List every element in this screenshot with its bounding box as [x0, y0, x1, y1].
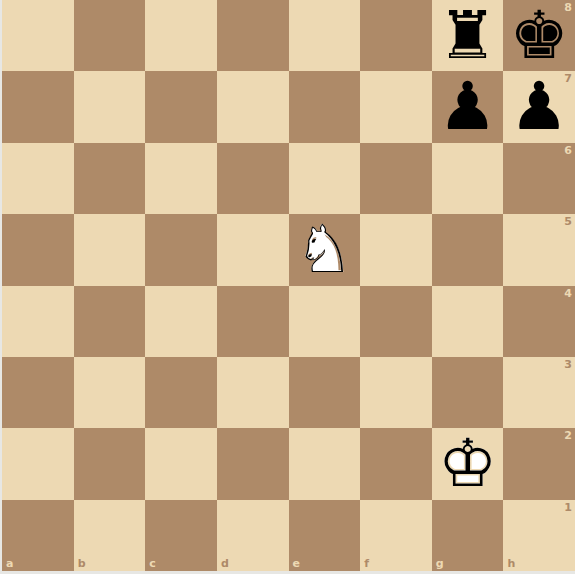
square-c2[interactable]: [145, 428, 217, 499]
black-pawn-h7[interactable]: ♟: [503, 71, 575, 142]
square-b7[interactable]: [74, 71, 146, 142]
square-d3[interactable]: [217, 357, 289, 428]
square-b3[interactable]: [74, 357, 146, 428]
file-label-h: h: [507, 558, 515, 569]
square-h8[interactable]: 8♚: [503, 0, 575, 71]
square-g6[interactable]: [432, 143, 504, 214]
square-g3[interactable]: [432, 357, 504, 428]
rank-label-1: 1: [564, 502, 572, 513]
black-king-glyph: ♚: [503, 0, 575, 71]
square-f3[interactable]: [360, 357, 432, 428]
file-label-g: g: [436, 558, 444, 569]
board-container: ♜8♚♟7♟6♞♘543♚♔2abcdefg1h: [0, 0, 575, 574]
square-d5[interactable]: [217, 214, 289, 285]
rank-label-5: 5: [564, 216, 572, 227]
square-h2[interactable]: 2: [503, 428, 575, 499]
square-c7[interactable]: [145, 71, 217, 142]
rank-label-6: 6: [564, 145, 572, 156]
square-a7[interactable]: [2, 71, 74, 142]
square-g8[interactable]: ♜: [432, 0, 504, 71]
square-b2[interactable]: [74, 428, 146, 499]
file-label-b: b: [78, 558, 86, 569]
square-b5[interactable]: [74, 214, 146, 285]
square-e3[interactable]: [289, 357, 361, 428]
square-f5[interactable]: [360, 214, 432, 285]
square-h3[interactable]: 3: [503, 357, 575, 428]
square-b4[interactable]: [74, 286, 146, 357]
square-a3[interactable]: [2, 357, 74, 428]
square-a6[interactable]: [2, 143, 74, 214]
square-a5[interactable]: [2, 214, 74, 285]
chess-board: ♜8♚♟7♟6♞♘543♚♔2abcdefg1h: [2, 0, 575, 571]
square-a2[interactable]: [2, 428, 74, 499]
square-c1[interactable]: c: [145, 500, 217, 571]
square-g2[interactable]: ♚♔: [432, 428, 504, 499]
black-pawn-glyph: ♟: [503, 71, 575, 142]
white-knight-e5[interactable]: ♞♘: [289, 214, 361, 285]
square-f2[interactable]: [360, 428, 432, 499]
white-knight-outline-glyph: ♘: [289, 214, 361, 285]
square-g7[interactable]: ♟: [432, 71, 504, 142]
square-h6[interactable]: 6: [503, 143, 575, 214]
square-d7[interactable]: [217, 71, 289, 142]
black-rook-g8[interactable]: ♜: [432, 0, 504, 71]
white-king-g2[interactable]: ♚♔: [432, 428, 504, 499]
black-pawn-g7[interactable]: ♟: [432, 71, 504, 142]
square-c5[interactable]: [145, 214, 217, 285]
file-label-e: e: [293, 558, 300, 569]
white-king-outline-glyph: ♔: [432, 428, 504, 499]
file-label-f: f: [364, 558, 369, 569]
square-h5[interactable]: 5: [503, 214, 575, 285]
rank-label-3: 3: [564, 359, 572, 370]
square-e8[interactable]: [289, 0, 361, 71]
square-d1[interactable]: d: [217, 500, 289, 571]
square-b1[interactable]: b: [74, 500, 146, 571]
square-a1[interactable]: a: [2, 500, 74, 571]
file-label-c: c: [149, 558, 156, 569]
square-e7[interactable]: [289, 71, 361, 142]
square-f6[interactable]: [360, 143, 432, 214]
square-b6[interactable]: [74, 143, 146, 214]
square-f7[interactable]: [360, 71, 432, 142]
square-h7[interactable]: 7♟: [503, 71, 575, 142]
square-h4[interactable]: 4: [503, 286, 575, 357]
square-h1[interactable]: 1h: [503, 500, 575, 571]
square-d6[interactable]: [217, 143, 289, 214]
square-f8[interactable]: [360, 0, 432, 71]
square-e4[interactable]: [289, 286, 361, 357]
square-f1[interactable]: f: [360, 500, 432, 571]
square-d8[interactable]: [217, 0, 289, 71]
square-c3[interactable]: [145, 357, 217, 428]
file-label-a: a: [6, 558, 13, 569]
square-e2[interactable]: [289, 428, 361, 499]
square-e6[interactable]: [289, 143, 361, 214]
black-rook-glyph: ♜: [432, 0, 504, 71]
rank-label-4: 4: [564, 288, 572, 299]
square-f4[interactable]: [360, 286, 432, 357]
square-g4[interactable]: [432, 286, 504, 357]
rank-label-2: 2: [564, 430, 572, 441]
square-d2[interactable]: [217, 428, 289, 499]
square-c6[interactable]: [145, 143, 217, 214]
square-e1[interactable]: e: [289, 500, 361, 571]
square-b8[interactable]: [74, 0, 146, 71]
square-g5[interactable]: [432, 214, 504, 285]
black-pawn-glyph: ♟: [432, 71, 504, 142]
square-g1[interactable]: g: [432, 500, 504, 571]
square-c4[interactable]: [145, 286, 217, 357]
square-a8[interactable]: [2, 0, 74, 71]
square-c8[interactable]: [145, 0, 217, 71]
square-a4[interactable]: [2, 286, 74, 357]
square-e5[interactable]: ♞♘: [289, 214, 361, 285]
black-king-h8[interactable]: ♚: [503, 0, 575, 71]
square-d4[interactable]: [217, 286, 289, 357]
file-label-d: d: [221, 558, 229, 569]
